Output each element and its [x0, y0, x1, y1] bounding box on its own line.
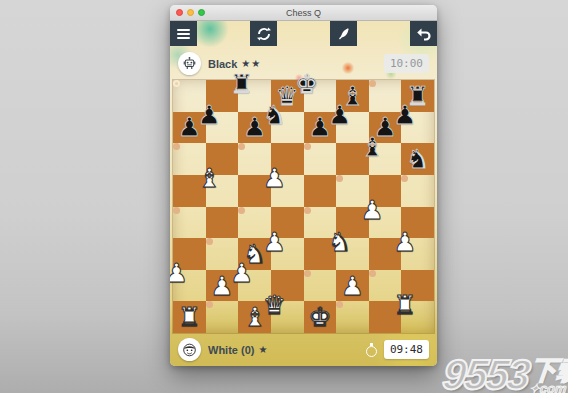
black-clock: 10:00	[384, 54, 429, 73]
square-h5[interactable]	[401, 175, 408, 182]
stopwatch-icon	[366, 343, 378, 357]
square-c4[interactable]	[238, 207, 245, 214]
white-king-e1[interactable]: ♚	[308, 304, 331, 330]
black-avatar[interactable]	[178, 52, 201, 75]
white-player-name: White (0)	[208, 344, 254, 356]
square-f2[interactable]: ♟	[336, 270, 369, 302]
undo-icon	[416, 26, 432, 42]
watermark-cjk: 下载	[529, 357, 568, 383]
square-h7[interactable]: ♟	[401, 112, 408, 119]
white-player-row: White (0) ★ 09:48	[170, 333, 437, 366]
square-b4[interactable]	[206, 207, 239, 239]
white-pawn-a2[interactable]: ♟	[170, 260, 188, 286]
black-pawn-h7[interactable]: ♟	[393, 102, 416, 128]
black-bishop-g6[interactable]: ♝	[361, 134, 384, 160]
chess-app-window: Chess Q	[170, 5, 437, 366]
menu-button[interactable]	[170, 21, 197, 46]
watercolor-content: Black ★★ 10:00 ♜♛♚♝♜♟♟♟♞♟♟♟♟♝♞♝♟♟♞♟♞♟♟♟♟…	[170, 21, 437, 366]
chess-board: ♜♛♚♝♜♟♟♟♞♟♟♟♟♝♞♝♟♟♞♟♞♟♟♟♟♟♜♝♛♚♜	[173, 80, 434, 333]
square-a1[interactable]: ♜	[173, 301, 206, 333]
square-c6[interactable]	[238, 143, 245, 150]
black-pawn-f7[interactable]: ♟	[328, 102, 351, 128]
square-e8[interactable]: ♚	[304, 80, 311, 87]
square-g2[interactable]	[369, 270, 376, 277]
square-e4[interactable]	[304, 207, 311, 214]
white-pawn-c2[interactable]: ♟	[230, 260, 253, 286]
square-b1[interactable]	[206, 301, 213, 308]
square-f5[interactable]	[336, 175, 343, 182]
square-g6[interactable]: ♝	[369, 143, 376, 150]
black-player-name: Black	[208, 58, 237, 70]
square-g8[interactable]	[369, 80, 376, 87]
square-c8[interactable]: ♜	[238, 80, 245, 87]
desktop-background: Chess Q	[0, 0, 568, 393]
black-king-e8[interactable]: ♚	[295, 71, 318, 97]
white-rook-h1[interactable]: ♜	[393, 292, 416, 318]
square-d3[interactable]: ♟	[271, 238, 278, 245]
undo-button[interactable]	[410, 21, 437, 46]
square-f1[interactable]	[336, 301, 343, 308]
square-a6[interactable]	[173, 143, 180, 150]
refresh-button[interactable]	[250, 21, 277, 46]
site-watermark: 9553 下载 ✦com	[440, 355, 568, 393]
square-b5[interactable]: ♝	[206, 175, 213, 182]
square-a2[interactable]: ♟	[173, 270, 180, 277]
refresh-icon	[256, 26, 272, 42]
square-h1[interactable]: ♜	[401, 301, 408, 308]
square-g4[interactable]: ♟	[369, 207, 376, 214]
white-pawn-h3[interactable]: ♟	[393, 229, 416, 255]
white-knight-f3[interactable]: ♞	[328, 229, 351, 255]
white-queen-d1[interactable]: ♛	[263, 292, 286, 318]
menu-icon	[177, 29, 190, 39]
toolbar	[170, 21, 437, 47]
square-e6[interactable]	[304, 143, 311, 150]
black-rook-c8[interactable]: ♜	[230, 71, 253, 97]
square-b7[interactable]: ♟	[206, 112, 213, 119]
robot-icon	[182, 56, 197, 71]
square-h6[interactable]: ♞	[401, 143, 434, 175]
white-clock: 09:48	[384, 340, 429, 359]
annotate-button[interactable]	[330, 21, 357, 46]
board-wrap: ♜♛♚♝♜♟♟♟♞♟♟♟♟♝♞♝♟♟♞♟♞♟♟♟♟♟♜♝♛♚♜	[170, 80, 437, 333]
black-knight-h6[interactable]: ♞	[406, 146, 429, 172]
white-pawn-d5[interactable]: ♟	[263, 165, 286, 191]
black-player-rating-stars: ★★	[241, 58, 261, 69]
square-f3[interactable]: ♞	[336, 238, 343, 245]
watermark-com: ✦com	[528, 383, 567, 393]
square-h3[interactable]: ♟	[401, 238, 408, 245]
square-e2[interactable]	[304, 270, 311, 277]
square-b3[interactable]	[206, 238, 213, 245]
white-pawn-f2[interactable]: ♟	[341, 273, 364, 299]
feather-icon	[336, 26, 352, 42]
window-title: Chess Q	[170, 5, 437, 21]
white-player-rating-stars: ★	[258, 344, 268, 355]
white-bishop-b5[interactable]: ♝	[197, 165, 220, 191]
square-d7[interactable]: ♞	[271, 112, 278, 119]
square-d1[interactable]: ♛	[271, 301, 278, 308]
face-icon	[182, 342, 197, 357]
white-avatar[interactable]	[178, 338, 201, 361]
watermark-digits: 9553	[440, 355, 530, 393]
square-c2[interactable]: ♟	[238, 270, 245, 277]
titlebar: Chess Q	[170, 5, 437, 21]
square-a8[interactable]	[173, 80, 180, 87]
square-e1[interactable]: ♚	[304, 301, 337, 333]
square-f7[interactable]: ♟	[336, 112, 343, 119]
white-rook-a1[interactable]: ♜	[178, 304, 201, 330]
white-pawn-d3[interactable]: ♟	[263, 229, 286, 255]
square-a4[interactable]	[173, 207, 180, 214]
square-d5[interactable]: ♟	[271, 175, 278, 182]
black-knight-d7[interactable]: ♞	[263, 102, 286, 128]
black-pawn-b7[interactable]: ♟	[197, 102, 220, 128]
square-e5[interactable]	[304, 175, 337, 207]
white-pawn-g4[interactable]: ♟	[361, 197, 384, 223]
